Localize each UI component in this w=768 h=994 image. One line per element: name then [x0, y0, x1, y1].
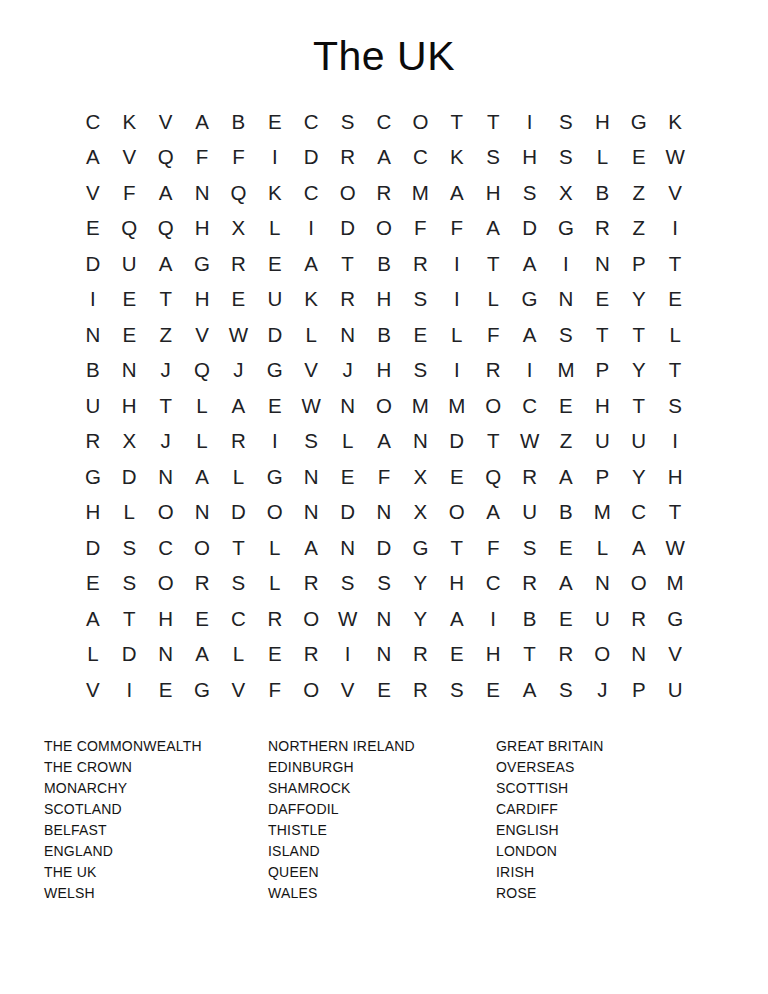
grid-cell-r4c5[interactable]: X — [220, 211, 256, 247]
grid-cell-r6c1[interactable]: I — [75, 282, 111, 318]
grid-cell-r15c6[interactable]: R — [257, 601, 293, 637]
grid-cell-r12c12[interactable]: A — [475, 495, 511, 531]
grid-cell-r13c16[interactable]: A — [621, 530, 657, 566]
grid-cell-r9c9[interactable]: O — [366, 388, 402, 424]
grid-cell-r9c16[interactable]: T — [621, 388, 657, 424]
grid-cell-r4c10[interactable]: F — [402, 211, 438, 247]
grid-cell-r7c12[interactable]: F — [475, 317, 511, 353]
grid-cell-r7c10[interactable]: E — [402, 317, 438, 353]
word-item: SHAMROCK — [268, 778, 496, 799]
grid-cell-r1c4[interactable]: A — [184, 104, 220, 140]
grid-cell-r2c9[interactable]: A — [366, 140, 402, 176]
grid-cell-r8c12[interactable]: R — [475, 353, 511, 389]
grid-cell-r10c15[interactable]: U — [584, 424, 620, 460]
grid-cell-r14c5[interactable]: S — [220, 566, 256, 602]
grid-cell-r8c14[interactable]: M — [548, 353, 584, 389]
grid-cell-r6c8[interactable]: R — [329, 282, 365, 318]
grid-cell-r14c9[interactable]: S — [366, 566, 402, 602]
grid-cell-r15c5[interactable]: C — [220, 601, 256, 637]
grid-cell-r15c14[interactable]: E — [548, 601, 584, 637]
grid-cell-r10c11[interactable]: D — [439, 424, 475, 460]
grid-cell-r4c14[interactable]: G — [548, 211, 584, 247]
grid-cell-r13c9[interactable]: D — [366, 530, 402, 566]
grid-cell-r8c7[interactable]: V — [293, 353, 329, 389]
grid-cell-r4c7[interactable]: I — [293, 211, 329, 247]
grid-cell-r12c1[interactable]: H — [75, 495, 111, 531]
grid-cell-r17c6[interactable]: F — [257, 672, 293, 708]
grid-cell-r13c15[interactable]: L — [584, 530, 620, 566]
grid-cell-r1c3[interactable]: V — [147, 104, 183, 140]
grid-cell-r5c13[interactable]: A — [511, 246, 547, 282]
grid-cell-r10c4[interactable]: L — [184, 424, 220, 460]
grid-cell-r16c14[interactable]: R — [548, 637, 584, 673]
grid-cell-r15c16[interactable]: R — [621, 601, 657, 637]
grid-cell-r16c9[interactable]: N — [366, 637, 402, 673]
grid-cell-r16c5[interactable]: L — [220, 637, 256, 673]
word-item: CARDIFF — [496, 799, 716, 820]
grid-cell-r6c9[interactable]: H — [366, 282, 402, 318]
grid-cell-r12c11[interactable]: O — [439, 495, 475, 531]
grid-cell-r7c7[interactable]: L — [293, 317, 329, 353]
grid-cell-r9c13[interactable]: C — [511, 388, 547, 424]
grid-cell-r13c5[interactable]: T — [220, 530, 256, 566]
grid-cell-r7c1[interactable]: N — [75, 317, 111, 353]
grid-cell-r4c12[interactable]: A — [475, 211, 511, 247]
grid-cell-r16c3[interactable]: N — [147, 637, 183, 673]
grid-cell-r7c9[interactable]: B — [366, 317, 402, 353]
grid-cell-r8c9[interactable]: H — [366, 353, 402, 389]
grid-cell-r12c14[interactable]: B — [548, 495, 584, 531]
grid-cell-r4c2[interactable]: Q — [111, 211, 147, 247]
grid-cell-r14c12[interactable]: C — [475, 566, 511, 602]
grid-cell-r7c15[interactable]: T — [584, 317, 620, 353]
grid-cell-r10c13[interactable]: W — [511, 424, 547, 460]
grid-cell-r2c5[interactable]: F — [220, 140, 256, 176]
grid-cell-r1c9[interactable]: C — [366, 104, 402, 140]
grid-cell-r6c11[interactable]: I — [439, 282, 475, 318]
grid-cell-r15c8[interactable]: W — [329, 601, 365, 637]
grid-cell-r14c16[interactable]: O — [621, 566, 657, 602]
grid-cell-r11c5[interactable]: L — [220, 459, 256, 495]
grid-cell-r13c2[interactable]: S — [111, 530, 147, 566]
grid-cell-r14c2[interactable]: S — [111, 566, 147, 602]
grid-cell-r1c11[interactable]: T — [439, 104, 475, 140]
grid-cell-r13c7[interactable]: A — [293, 530, 329, 566]
word-list-column-1: THE COMMONWEALTHTHE CROWNMONARCHYSCOTLAN… — [44, 736, 268, 904]
grid-cell-r10c6[interactable]: I — [257, 424, 293, 460]
grid-cell-r16c4[interactable]: A — [184, 637, 220, 673]
grid-cell-r15c1[interactable]: A — [75, 601, 111, 637]
grid-cell-r14c3[interactable]: O — [147, 566, 183, 602]
grid-cell-r2c2[interactable]: V — [111, 140, 147, 176]
grid-cell-r8c3[interactable]: J — [147, 353, 183, 389]
grid-cell-r3c5[interactable]: Q — [220, 175, 256, 211]
grid-cell-r13c6[interactable]: L — [257, 530, 293, 566]
grid-cell-r5c7[interactable]: A — [293, 246, 329, 282]
grid-cell-r13c13[interactable]: S — [511, 530, 547, 566]
grid-cell-r16c16[interactable]: N — [621, 637, 657, 673]
grid-cell-r14c14[interactable]: A — [548, 566, 584, 602]
grid-cell-r6c15[interactable]: E — [584, 282, 620, 318]
grid-cell-r7c4[interactable]: V — [184, 317, 220, 353]
grid-cell-r16c11[interactable]: E — [439, 637, 475, 673]
grid-cell-r7c17[interactable]: L — [657, 317, 693, 353]
grid-cell-r17c5[interactable]: V — [220, 672, 256, 708]
grid-cell-r4c16[interactable]: Z — [621, 211, 657, 247]
grid-cell-r6c4[interactable]: H — [184, 282, 220, 318]
grid-cell-r5c1[interactable]: D — [75, 246, 111, 282]
grid-cell-r6c17[interactable]: E — [657, 282, 693, 318]
grid-cell-r15c2[interactable]: T — [111, 601, 147, 637]
grid-cell-r12c17[interactable]: T — [657, 495, 693, 531]
grid-cell-r14c15[interactable]: N — [584, 566, 620, 602]
grid-cell-r15c12[interactable]: I — [475, 601, 511, 637]
grid-cell-r8c16[interactable]: Y — [621, 353, 657, 389]
grid-cell-r10c16[interactable]: U — [621, 424, 657, 460]
grid-cell-r11c12[interactable]: Q — [475, 459, 511, 495]
grid-cell-r4c13[interactable]: D — [511, 211, 547, 247]
grid-cell-r9c1[interactable]: U — [75, 388, 111, 424]
grid-cell-r11c9[interactable]: F — [366, 459, 402, 495]
grid-cell-r13c3[interactable]: C — [147, 530, 183, 566]
grid-cell-r3c12[interactable]: H — [475, 175, 511, 211]
grid-cell-r6c5[interactable]: E — [220, 282, 256, 318]
grid-cell-r16c17[interactable]: V — [657, 637, 693, 673]
grid-cell-r10c1[interactable]: R — [75, 424, 111, 460]
grid-cell-r6c16[interactable]: Y — [621, 282, 657, 318]
grid-cell-r2c16[interactable]: E — [621, 140, 657, 176]
grid-cell-r4c6[interactable]: L — [257, 211, 293, 247]
grid-cell-r3c17[interactable]: V — [657, 175, 693, 211]
grid-cell-r8c10[interactable]: S — [402, 353, 438, 389]
grid-cell-r9c15[interactable]: H — [584, 388, 620, 424]
grid-cell-r12c13[interactable]: U — [511, 495, 547, 531]
grid-cell-r9c4[interactable]: L — [184, 388, 220, 424]
grid-cell-r2c13[interactable]: H — [511, 140, 547, 176]
grid-cell-r8c1[interactable]: B — [75, 353, 111, 389]
grid-cell-r11c3[interactable]: N — [147, 459, 183, 495]
grid-cell-r16c12[interactable]: H — [475, 637, 511, 673]
grid-cell-r6c12[interactable]: L — [475, 282, 511, 318]
grid-cell-r11c17[interactable]: H — [657, 459, 693, 495]
grid-cell-r7c16[interactable]: T — [621, 317, 657, 353]
grid-cell-r16c15[interactable]: O — [584, 637, 620, 673]
grid-cell-r17c9[interactable]: E — [366, 672, 402, 708]
grid-cell-r6c6[interactable]: U — [257, 282, 293, 318]
grid-cell-r8c6[interactable]: G — [257, 353, 293, 389]
grid-cell-r15c13[interactable]: B — [511, 601, 547, 637]
grid-cell-r16c2[interactable]: D — [111, 637, 147, 673]
grid-cell-r15c15[interactable]: U — [584, 601, 620, 637]
grid-cell-r5c8[interactable]: T — [329, 246, 365, 282]
grid-cell-r1c8[interactable]: S — [329, 104, 365, 140]
grid-cell-r17c11[interactable]: S — [439, 672, 475, 708]
grid-cell-r3c10[interactable]: M — [402, 175, 438, 211]
grid-cell-r8c17[interactable]: T — [657, 353, 693, 389]
grid-cell-r17c8[interactable]: V — [329, 672, 365, 708]
grid-cell-r14c4[interactable]: R — [184, 566, 220, 602]
grid-cell-r12c15[interactable]: M — [584, 495, 620, 531]
grid-cell-r8c11[interactable]: I — [439, 353, 475, 389]
grid-cell-r2c3[interactable]: Q — [147, 140, 183, 176]
word-list: THE COMMONWEALTHTHE CROWNMONARCHYSCOTLAN… — [44, 736, 748, 904]
grid-cell-r2c15[interactable]: L — [584, 140, 620, 176]
grid-cell-r4c4[interactable]: H — [184, 211, 220, 247]
grid-cell-r13c10[interactable]: G — [402, 530, 438, 566]
grid-cell-r11c1[interactable]: G — [75, 459, 111, 495]
grid-cell-r13c11[interactable]: T — [439, 530, 475, 566]
grid-cell-r3c16[interactable]: Z — [621, 175, 657, 211]
grid-cell-r14c10[interactable]: Y — [402, 566, 438, 602]
grid-cell-r10c10[interactable]: N — [402, 424, 438, 460]
grid-cell-r3c2[interactable]: F — [111, 175, 147, 211]
grid-cell-r12c2[interactable]: L — [111, 495, 147, 531]
grid-cell-r7c5[interactable]: W — [220, 317, 256, 353]
grid-cell-r5c2[interactable]: U — [111, 246, 147, 282]
word-item: WELSH — [44, 883, 268, 904]
grid-cell-r17c7[interactable]: O — [293, 672, 329, 708]
grid-cell-r17c16[interactable]: P — [621, 672, 657, 708]
grid-cell-r5c4[interactable]: G — [184, 246, 220, 282]
grid-cell-r17c14[interactable]: S — [548, 672, 584, 708]
grid-cell-r5c5[interactable]: R — [220, 246, 256, 282]
grid-cell-r10c2[interactable]: X — [111, 424, 147, 460]
grid-cell-r15c9[interactable]: N — [366, 601, 402, 637]
grid-cell-r13c1[interactable]: D — [75, 530, 111, 566]
grid-cell-r5c16[interactable]: P — [621, 246, 657, 282]
grid-cell-r12c5[interactable]: D — [220, 495, 256, 531]
grid-cell-r7c11[interactable]: L — [439, 317, 475, 353]
grid-cell-r2c7[interactable]: D — [293, 140, 329, 176]
grid-cell-r8c8[interactable]: J — [329, 353, 365, 389]
grid-cell-r8c4[interactable]: Q — [184, 353, 220, 389]
grid-cell-r16c13[interactable]: T — [511, 637, 547, 673]
grid-cell-r10c8[interactable]: L — [329, 424, 365, 460]
grid-cell-r9c3[interactable]: T — [147, 388, 183, 424]
grid-cell-r5c10[interactable]: R — [402, 246, 438, 282]
grid-cell-r9c14[interactable]: E — [548, 388, 584, 424]
grid-cell-r1c2[interactable]: K — [111, 104, 147, 140]
grid-cell-r12c16[interactable]: C — [621, 495, 657, 531]
grid-cell-r12c7[interactable]: N — [293, 495, 329, 531]
grid-cell-r8c5[interactable]: J — [220, 353, 256, 389]
grid-cell-r1c15[interactable]: H — [584, 104, 620, 140]
grid-cell-r6c13[interactable]: G — [511, 282, 547, 318]
grid-cell-r13c4[interactable]: O — [184, 530, 220, 566]
grid-cell-r7c2[interactable]: E — [111, 317, 147, 353]
grid-cell-r2c1[interactable]: A — [75, 140, 111, 176]
grid-cell-r16c10[interactable]: R — [402, 637, 438, 673]
grid-cell-r7c6[interactable]: D — [257, 317, 293, 353]
grid-cell-r10c5[interactable]: R — [220, 424, 256, 460]
grid-cell-r7c14[interactable]: S — [548, 317, 584, 353]
grid-cell-r4c9[interactable]: O — [366, 211, 402, 247]
grid-cell-r14c8[interactable]: S — [329, 566, 365, 602]
grid-cell-r5c17[interactable]: T — [657, 246, 693, 282]
grid-cell-r2c17[interactable]: W — [657, 140, 693, 176]
grid-cell-r1c1[interactable]: C — [75, 104, 111, 140]
grid-cell-r1c5[interactable]: B — [220, 104, 256, 140]
grid-cell-r12c6[interactable]: O — [257, 495, 293, 531]
grid-cell-r1c16[interactable]: G — [621, 104, 657, 140]
grid-cell-r1c13[interactable]: I — [511, 104, 547, 140]
grid-cell-r6c2[interactable]: E — [111, 282, 147, 318]
grid-cell-r12c9[interactable]: N — [366, 495, 402, 531]
grid-cell-r16c8[interactable]: I — [329, 637, 365, 673]
grid-cell-r1c12[interactable]: T — [475, 104, 511, 140]
grid-cell-r12c10[interactable]: X — [402, 495, 438, 531]
grid-cell-r10c7[interactable]: S — [293, 424, 329, 460]
grid-cell-r6c14[interactable]: N — [548, 282, 584, 318]
grid-cell-r2c6[interactable]: I — [257, 140, 293, 176]
grid-cell-r4c3[interactable]: Q — [147, 211, 183, 247]
word-list-column-3: GREAT BRITAINOVERSEASSCOTTISHCARDIFFENGL… — [496, 736, 716, 904]
grid-cell-r10c12[interactable]: T — [475, 424, 511, 460]
grid-cell-r17c1[interactable]: V — [75, 672, 111, 708]
grid-cell-r3c13[interactable]: S — [511, 175, 547, 211]
word-item: SCOTLAND — [44, 799, 268, 820]
grid-cell-r13c8[interactable]: N — [329, 530, 365, 566]
grid-cell-r5c11[interactable]: I — [439, 246, 475, 282]
grid-cell-r5c3[interactable]: A — [147, 246, 183, 282]
grid-cell-r13c17[interactable]: W — [657, 530, 693, 566]
grid-cell-r12c8[interactable]: D — [329, 495, 365, 531]
grid-cell-r14c7[interactable]: R — [293, 566, 329, 602]
grid-cell-r15c10[interactable]: Y — [402, 601, 438, 637]
grid-cell-r16c6[interactable]: E — [257, 637, 293, 673]
grid-cell-r9c12[interactable]: O — [475, 388, 511, 424]
grid-cell-r1c7[interactable]: C — [293, 104, 329, 140]
grid-cell-r5c15[interactable]: N — [584, 246, 620, 282]
grid-cell-r1c10[interactable]: O — [402, 104, 438, 140]
grid-cell-r6c3[interactable]: T — [147, 282, 183, 318]
grid-cell-r17c4[interactable]: G — [184, 672, 220, 708]
grid-cell-r9c8[interactable]: N — [329, 388, 365, 424]
grid-cell-r11c14[interactable]: A — [548, 459, 584, 495]
grid-cell-r16c1[interactable]: L — [75, 637, 111, 673]
grid-cell-r1c14[interactable]: S — [548, 104, 584, 140]
grid-cell-r15c4[interactable]: E — [184, 601, 220, 637]
grid-cell-r17c15[interactable]: J — [584, 672, 620, 708]
grid-cell-r9c5[interactable]: A — [220, 388, 256, 424]
grid-cell-r9c17[interactable]: S — [657, 388, 693, 424]
grid-cell-r14c11[interactable]: H — [439, 566, 475, 602]
word-item: THE COMMONWEALTH — [44, 736, 268, 757]
grid-cell-r3c14[interactable]: X — [548, 175, 584, 211]
grid-cell-r8c13[interactable]: I — [511, 353, 547, 389]
grid-cell-r15c3[interactable]: H — [147, 601, 183, 637]
grid-cell-r1c17[interactable]: K — [657, 104, 693, 140]
grid-cell-r2c4[interactable]: F — [184, 140, 220, 176]
grid-cell-r15c11[interactable]: A — [439, 601, 475, 637]
grid-cell-r6c10[interactable]: S — [402, 282, 438, 318]
grid-cell-r8c15[interactable]: P — [584, 353, 620, 389]
grid-cell-r1c6[interactable]: E — [257, 104, 293, 140]
grid-cell-r3c3[interactable]: A — [147, 175, 183, 211]
grid-cell-r7c3[interactable]: Z — [147, 317, 183, 353]
grid-cell-r4c11[interactable]: F — [439, 211, 475, 247]
grid-cell-r12c4[interactable]: N — [184, 495, 220, 531]
grid-cell-r17c2[interactable]: I — [111, 672, 147, 708]
grid-cell-r6c7[interactable]: K — [293, 282, 329, 318]
grid-cell-r17c17[interactable]: U — [657, 672, 693, 708]
grid-cell-r2c14[interactable]: S — [548, 140, 584, 176]
grid-cell-r11c15[interactable]: P — [584, 459, 620, 495]
grid-cell-r17c12[interactable]: E — [475, 672, 511, 708]
grid-cell-r7c8[interactable]: N — [329, 317, 365, 353]
grid-cell-r9c6[interactable]: E — [257, 388, 293, 424]
grid-cell-r11c6[interactable]: G — [257, 459, 293, 495]
grid-cell-r2c12[interactable]: S — [475, 140, 511, 176]
grid-cell-r3c4[interactable]: N — [184, 175, 220, 211]
grid-cell-r7c13[interactable]: A — [511, 317, 547, 353]
grid-cell-r4c8[interactable]: D — [329, 211, 365, 247]
grid-cell-r3c1[interactable]: V — [75, 175, 111, 211]
grid-cell-r11c4[interactable]: A — [184, 459, 220, 495]
grid-cell-r17c13[interactable]: A — [511, 672, 547, 708]
grid-cell-r10c3[interactable]: J — [147, 424, 183, 460]
grid-cell-r5c12[interactable]: T — [475, 246, 511, 282]
word-item: LONDON — [496, 841, 716, 862]
grid-cell-r15c7[interactable]: O — [293, 601, 329, 637]
grid-cell-r11c13[interactable]: R — [511, 459, 547, 495]
grid-cell-r5c9[interactable]: B — [366, 246, 402, 282]
grid-cell-r3c6[interactable]: K — [257, 175, 293, 211]
grid-cell-r14c1[interactable]: E — [75, 566, 111, 602]
grid-cell-r10c9[interactable]: A — [366, 424, 402, 460]
grid-cell-r2c8[interactable]: R — [329, 140, 365, 176]
grid-cell-r3c15[interactable]: B — [584, 175, 620, 211]
grid-cell-r3c11[interactable]: A — [439, 175, 475, 211]
grid-cell-r14c6[interactable]: L — [257, 566, 293, 602]
grid-cell-r14c17[interactable]: M — [657, 566, 693, 602]
grid-cell-r14c13[interactable]: R — [511, 566, 547, 602]
grid-cell-r2c10[interactable]: C — [402, 140, 438, 176]
grid-cell-r4c1[interactable]: E — [75, 211, 111, 247]
grid-cell-r2c11[interactable]: K — [439, 140, 475, 176]
grid-cell-r13c12[interactable]: F — [475, 530, 511, 566]
grid-cell-r8c2[interactable]: N — [111, 353, 147, 389]
grid-cell-r9c11[interactable]: M — [439, 388, 475, 424]
grid-cell-r4c15[interactable]: R — [584, 211, 620, 247]
grid-cell-r12c3[interactable]: O — [147, 495, 183, 531]
grid-cell-r11c16[interactable]: Y — [621, 459, 657, 495]
grid-cell-r3c8[interactable]: O — [329, 175, 365, 211]
grid-cell-r11c8[interactable]: E — [329, 459, 365, 495]
grid-cell-r10c14[interactable]: Z — [548, 424, 584, 460]
grid-cell-r3c7[interactable]: C — [293, 175, 329, 211]
grid-cell-r9c7[interactable]: W — [293, 388, 329, 424]
grid-cell-r16c7[interactable]: R — [293, 637, 329, 673]
grid-cell-r11c11[interactable]: E — [439, 459, 475, 495]
word-item: BELFAST — [44, 820, 268, 841]
grid-cell-r17c3[interactable]: E — [147, 672, 183, 708]
grid-cell-r5c14[interactable]: I — [548, 246, 584, 282]
grid-cell-r5c6[interactable]: E — [257, 246, 293, 282]
grid-cell-r15c17[interactable]: G — [657, 601, 693, 637]
grid-cell-r9c2[interactable]: H — [111, 388, 147, 424]
grid-cell-r17c10[interactable]: R — [402, 672, 438, 708]
word-item: SCOTTISH — [496, 778, 716, 799]
grid-cell-r11c10[interactable]: X — [402, 459, 438, 495]
grid-cell-r10c17[interactable]: I — [657, 424, 693, 460]
grid-cell-r3c9[interactable]: R — [366, 175, 402, 211]
grid-cell-r13c14[interactable]: E — [548, 530, 584, 566]
grid-cell-r11c2[interactable]: D — [111, 459, 147, 495]
grid-cell-r4c17[interactable]: I — [657, 211, 693, 247]
grid-cell-r9c10[interactable]: M — [402, 388, 438, 424]
grid-cell-r11c7[interactable]: N — [293, 459, 329, 495]
